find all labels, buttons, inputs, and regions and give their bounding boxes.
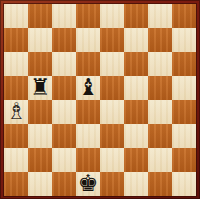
square-h6[interactable] xyxy=(172,52,196,76)
square-b7[interactable] xyxy=(28,28,52,52)
square-f4[interactable] xyxy=(124,100,148,124)
square-g3[interactable] xyxy=(148,124,172,148)
square-b2[interactable] xyxy=(28,148,52,172)
square-a6[interactable] xyxy=(4,52,28,76)
square-d1[interactable]: ♚ xyxy=(76,172,100,196)
black-rook: ♜ xyxy=(30,76,51,99)
square-d7[interactable] xyxy=(76,28,100,52)
square-h5[interactable] xyxy=(172,76,196,100)
square-f3[interactable] xyxy=(124,124,148,148)
square-a4[interactable]: ♗ xyxy=(4,100,28,124)
chess-board: ♜♝♗♚ xyxy=(4,4,196,196)
square-e2[interactable] xyxy=(100,148,124,172)
square-e1[interactable] xyxy=(100,172,124,196)
square-g1[interactable] xyxy=(148,172,172,196)
square-h2[interactable] xyxy=(172,148,196,172)
square-h4[interactable] xyxy=(172,100,196,124)
square-a7[interactable] xyxy=(4,28,28,52)
square-f5[interactable] xyxy=(124,76,148,100)
square-e4[interactable] xyxy=(100,100,124,124)
square-c4[interactable] xyxy=(52,100,76,124)
square-c7[interactable] xyxy=(52,28,76,52)
square-c8[interactable] xyxy=(52,4,76,28)
square-a3[interactable] xyxy=(4,124,28,148)
square-b3[interactable] xyxy=(28,124,52,148)
square-d8[interactable] xyxy=(76,4,100,28)
square-g4[interactable] xyxy=(148,100,172,124)
square-b5[interactable]: ♜ xyxy=(28,76,52,100)
square-d2[interactable] xyxy=(76,148,100,172)
square-f2[interactable] xyxy=(124,148,148,172)
square-h7[interactable] xyxy=(172,28,196,52)
square-d4[interactable] xyxy=(76,100,100,124)
square-c6[interactable] xyxy=(52,52,76,76)
square-b1[interactable] xyxy=(28,172,52,196)
square-h8[interactable] xyxy=(172,4,196,28)
square-e5[interactable] xyxy=(100,76,124,100)
square-d5[interactable]: ♝ xyxy=(76,76,100,100)
square-e8[interactable] xyxy=(100,4,124,28)
square-f1[interactable] xyxy=(124,172,148,196)
square-a2[interactable] xyxy=(4,148,28,172)
square-a1[interactable] xyxy=(4,172,28,196)
square-e6[interactable] xyxy=(100,52,124,76)
square-h1[interactable] xyxy=(172,172,196,196)
white-bishop: ♗ xyxy=(6,100,27,123)
square-b4[interactable] xyxy=(28,100,52,124)
square-g6[interactable] xyxy=(148,52,172,76)
square-c3[interactable] xyxy=(52,124,76,148)
square-d6[interactable] xyxy=(76,52,100,76)
square-e7[interactable] xyxy=(100,28,124,52)
square-f8[interactable] xyxy=(124,4,148,28)
square-g5[interactable] xyxy=(148,76,172,100)
board-frame: ♜♝♗♚ xyxy=(0,0,200,199)
black-bishop: ♝ xyxy=(78,76,99,99)
square-g8[interactable] xyxy=(148,4,172,28)
square-b6[interactable] xyxy=(28,52,52,76)
square-h3[interactable] xyxy=(172,124,196,148)
square-c5[interactable] xyxy=(52,76,76,100)
square-a8[interactable] xyxy=(4,4,28,28)
square-c2[interactable] xyxy=(52,148,76,172)
square-f7[interactable] xyxy=(124,28,148,52)
square-d3[interactable] xyxy=(76,124,100,148)
square-g7[interactable] xyxy=(148,28,172,52)
black-king: ♚ xyxy=(78,172,99,195)
square-c1[interactable] xyxy=(52,172,76,196)
square-e3[interactable] xyxy=(100,124,124,148)
square-g2[interactable] xyxy=(148,148,172,172)
square-a5[interactable] xyxy=(4,76,28,100)
square-b8[interactable] xyxy=(28,4,52,28)
square-f6[interactable] xyxy=(124,52,148,76)
